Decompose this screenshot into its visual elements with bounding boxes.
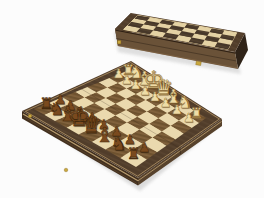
chess-set-scene: [0, 0, 264, 198]
brass-hinge: [118, 41, 121, 44]
side-seam: [180, 149, 181, 155]
open-chessboard: [20, 61, 225, 191]
product-photo: ♜♟♞♟♝♟♚♟♛♟♝♟♟♟♜♞♟♞♟♜♝♟♟♚♟♛♟♝♟♞♟♜: [0, 0, 264, 198]
brass-hinge: [28, 114, 32, 118]
brass-hinge: [64, 168, 68, 172]
brass-clasp: [196, 61, 202, 65]
